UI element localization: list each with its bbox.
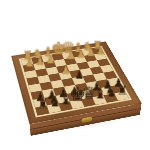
black-bishop: ♝ [57,91,74,106]
product-photo-scene: ♜♞♝♚♛♝♞♜♟♟♟♟♟♟♟♟♟♟♟♟♟♟♟♟♜♞♝♚♛♝♞♜ [0,0,150,150]
black-pawn: ♟ [43,89,60,101]
white-king: ♚ [50,40,65,57]
white-pawn: ♟ [42,54,57,65]
white-pawn: ♟ [83,48,98,58]
folding-chess-box: ♜♞♝♚♛♝♞♜♟♟♟♟♟♟♟♟♟♟♟♟♟♟♟♟♜♞♝♚♛♝♞♜ [11,41,141,124]
white-bishop: ♝ [70,41,85,54]
white-knight: ♞ [80,40,95,52]
black-pawn: ♟ [109,77,125,88]
black-pawn: ♟ [99,79,116,90]
black-bishop: ♝ [91,85,108,100]
white-pawn: ♟ [93,46,108,56]
black-queen: ♛ [80,85,97,102]
brass-latch-icon [82,116,93,123]
black-pawn: ♟ [71,69,87,80]
black-pawn: ♟ [54,87,71,99]
black-knight: ♞ [102,84,119,98]
white-pawn: ♟ [73,49,88,59]
black-pawn: ♟ [88,81,105,92]
pieces-layer: ♜♞♝♚♛♝♞♜♟♟♟♟♟♟♟♟♟♟♟♟♟♟♟♟♜♞♝♚♛♝♞♜ [21,47,129,115]
white-bishop: ♝ [40,45,55,58]
white-queen: ♛ [60,40,75,55]
white-pawn: ♟ [21,57,37,68]
black-king: ♚ [68,85,85,104]
white-knight: ♞ [30,48,45,60]
black-pawn: ♟ [65,85,82,97]
white-rook: ♜ [90,40,105,51]
black-knight: ♞ [45,94,62,108]
black-rook: ♜ [33,97,50,110]
white-pawn: ♟ [63,51,78,61]
black-rook: ♜ [113,83,130,96]
white-pawn: ♟ [32,56,47,67]
white-pawn: ♟ [57,65,73,76]
black-pawn: ♟ [31,91,48,103]
white-rook: ♜ [19,50,34,61]
